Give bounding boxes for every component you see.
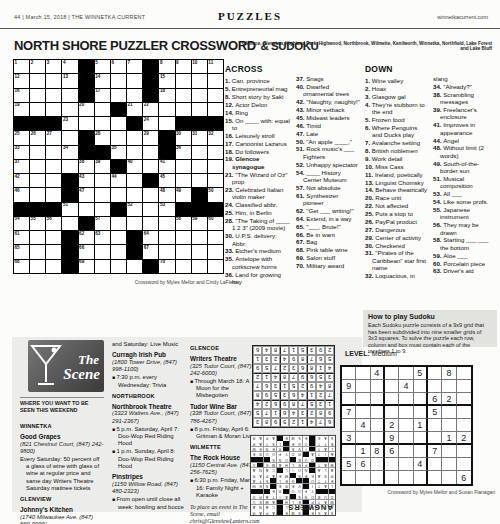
sudoku-empty-cell[interactable] [385,471,399,484]
crossword-cell[interactable] [46,174,61,187]
crossword-cell[interactable]: 29 [143,131,158,144]
sudoku-empty-cell[interactable] [342,419,356,432]
sudoku-empty-cell[interactable] [356,393,370,406]
crossword-cell[interactable] [30,245,45,258]
crossword-cell[interactable]: 21 [127,103,142,116]
crossword-cell[interactable] [143,188,158,201]
crossword-cell[interactable] [111,217,126,230]
crossword-answer-letter: Y [284,452,290,457]
crossword-cell[interactable]: 50 [208,188,223,201]
crossword-cell[interactable]: 70 [159,260,174,273]
sudoku-empty-cell[interactable] [442,419,456,432]
crossword-answer-letter: N [277,457,283,462]
crossword-cell[interactable] [46,260,61,273]
crossword-cell[interactable] [192,245,207,258]
sudoku-answer-digit: 8 [298,355,307,364]
crossword-cell[interactable] [143,217,158,230]
sudoku-given: 7 [428,445,442,458]
crossword-answer-letter: F [303,489,309,494]
crossword-cell[interactable]: 58 [176,217,191,230]
crossword-cell[interactable] [111,260,126,273]
city-header: GLENCOE [190,345,258,352]
crossword-cell[interactable]: 7 [127,60,142,73]
crossword-cell[interactable] [176,260,191,273]
crossword-cell[interactable]: 62 [79,231,94,244]
sudoku-answer-digit: 4 [316,382,325,391]
crossword-cell[interactable] [46,188,61,201]
crossword-cell[interactable] [127,89,142,102]
crossword-cell[interactable] [159,245,174,258]
crossword-answer-letter: P [303,462,309,467]
sudoku-empty-cell[interactable] [371,471,385,484]
crossword-cell[interactable] [127,74,142,87]
sudoku-empty-cell[interactable] [442,445,456,458]
sudoku-empty-cell[interactable] [385,458,399,471]
crossword-cell[interactable]: 19 [14,103,29,116]
sudoku-empty-cell[interactable] [457,393,471,406]
crossword-cell[interactable]: 8 [159,60,174,73]
sudoku-empty-cell[interactable] [428,367,442,380]
city-header: NORTHBROOK [112,393,184,400]
crossword-cell[interactable] [192,160,207,173]
crossword-cell[interactable] [111,245,126,258]
crossword-cell[interactable]: 25 [14,131,29,144]
crossword-cell[interactable] [95,203,110,216]
crossword-answer-letter: N [264,447,270,452]
crossword-cell[interactable] [192,74,207,87]
crossword-cell[interactable]: 16 [14,89,29,102]
crossword-answer-letter: E [303,473,309,478]
crossword-black-cell [111,203,126,216]
crossword-cell[interactable]: 56 [46,217,61,230]
crossword-cell[interactable] [111,89,126,102]
crossword-cell[interactable]: 61 [14,231,29,244]
crossword-cell[interactable] [176,231,191,244]
sudoku-empty-cell[interactable] [342,367,356,380]
crossword-cell[interactable]: 31 [192,131,207,144]
crossword-answer-letter: A [258,510,264,515]
crossword-answer-letter: V [297,484,303,489]
crossword-cell[interactable] [46,89,61,102]
crossword-cell[interactable]: 20 [79,103,94,116]
crossword-cell[interactable]: 51 [62,203,77,216]
crossword-cell[interactable]: 68 [14,260,29,273]
crossword-answer-letter: U [303,457,309,462]
crossword-cell[interactable] [46,74,61,87]
crossword-cell[interactable]: 64 [143,231,158,244]
sudoku-answer-digit: 3 [298,409,307,418]
crossword-cell[interactable] [95,245,110,258]
crossword-cell[interactable]: 44 [111,174,126,187]
across-clues-col1: ACROSS 1. Can. province5. Entrepreneuria… [225,64,291,286]
crossword-cell[interactable] [62,89,77,102]
sudoku-given: 2 [457,432,471,445]
crossword-cell[interactable] [127,131,142,144]
crossword-cell[interactable]: 63 [95,231,110,244]
crossword-cell[interactable] [208,231,223,244]
crossword-cell[interactable] [143,160,158,173]
crossword-cell[interactable] [30,160,45,173]
header-website: winnetkacurrent.com [437,14,488,20]
clue-item: 5. Entrepreneurial mag [225,85,291,92]
clue-item: 12. Actor Delon [225,101,291,108]
crossword-answer-black-cell [297,478,303,483]
crossword-cell[interactable]: 57 [95,217,110,230]
crossword-answer-letter: S [297,436,303,441]
sudoku-given: 2 [385,419,399,432]
sudoku-empty-cell[interactable] [399,432,413,445]
crossword-cell[interactable]: 38 [79,160,94,173]
venue-name: Curragh Irish Pub [112,351,184,359]
crossword-cell[interactable]: 15 [159,74,174,87]
crossword-cell[interactable]: 11 [208,60,223,73]
sudoku-answer-digit: 6 [271,400,280,409]
sudoku-answer-digit: 1 [289,346,298,355]
sudoku-empty-cell[interactable] [428,419,442,432]
crossword-cell[interactable]: 59 [192,217,207,230]
crossword-black-cell [143,89,158,102]
crossword-cell[interactable] [159,117,174,130]
crossword-cell[interactable] [30,103,45,116]
crossword-cell[interactable] [30,74,45,87]
sudoku-level: LEVEL: Medium [345,350,397,357]
crossword-cell[interactable] [95,117,110,130]
clue-item: 10. Miss Cass [365,163,429,170]
crossword-cell[interactable]: 41 [159,160,174,173]
crossword-cell[interactable] [192,231,207,244]
crossword-cell[interactable]: 46 [14,188,29,201]
crossword-cell[interactable] [111,131,126,144]
sudoku-empty-cell[interactable] [356,406,370,419]
sudoku-empty-cell[interactable] [371,393,385,406]
crossword-cell[interactable]: 65 [14,245,29,258]
sudoku-answer-digit: 1 [253,355,262,364]
crossword-cell[interactable] [176,174,191,187]
crossword-cell[interactable]: 24 [143,117,158,130]
crossword-cell[interactable]: 33 [14,146,29,159]
crossword-cell[interactable] [111,188,126,201]
sudoku-given: 5 [428,406,442,419]
sudoku-answer-digit: 6 [280,409,289,418]
crossword-grid[interactable]: 1234567891011121314151617181920212223242… [13,59,224,274]
crossword-black-cell [208,203,223,216]
sudoku-empty-cell[interactable] [442,406,456,419]
crossword-answer-letter: A [271,473,277,478]
sudoku-empty-cell[interactable] [428,432,442,445]
sudoku-empty-cell[interactable] [399,406,413,419]
sudoku-empty-cell[interactable] [356,471,370,484]
crossword-cell[interactable] [79,117,94,130]
crossword-cell[interactable] [46,103,61,116]
sudoku-empty-cell[interactable] [414,380,428,393]
sudoku-empty-cell[interactable] [399,367,413,380]
crossword-cell[interactable]: 32 [208,131,223,144]
crossword-cell[interactable] [208,74,223,87]
newspaper-puzzles-page: 44 | March 15, 2018 | THE WINNETKA CURRE… [0,0,500,524]
crossword-cell[interactable]: 37 [14,160,29,173]
crossword-cell[interactable]: 53 [159,203,174,216]
crossword-cell[interactable]: 42 [14,174,29,187]
sudoku-empty-cell[interactable] [399,419,413,432]
sudoku-answer-digit: 6 [298,364,307,373]
crossword-cell[interactable] [95,103,110,116]
sudoku-empty-cell[interactable] [342,471,356,484]
crossword-cell[interactable]: 6 [111,60,126,73]
sudoku-answer-digit: 9 [316,346,325,355]
crossword-cell[interactable]: 45 [159,174,174,187]
crossword-cell[interactable] [46,160,61,173]
sudoku-empty-cell[interactable] [428,471,442,484]
crossword-cell[interactable] [176,103,191,116]
crossword-cell[interactable] [62,217,77,230]
crossword-cell[interactable]: 18 [159,89,174,102]
crossword-cell[interactable]: 14 [95,74,110,87]
crossword-cell[interactable]: 34 [62,146,77,159]
sudoku-empty-cell[interactable] [457,367,471,380]
sudoku-empty-cell[interactable] [457,445,471,458]
sudoku-answer-digit: 3 [316,400,325,409]
sudoku-empty-cell[interactable] [356,432,370,445]
crossword-byline: Crossword by Myles Mellor and Cindy LaFl… [40,279,237,285]
crossword-answer-letter: E [284,436,290,441]
section-title: PUZZLES [0,10,500,22]
clue-item: 29. Center of activity [365,234,429,241]
sudoku-empty-cell[interactable] [385,367,399,380]
crossword-cell[interactable] [46,245,61,258]
crossword-cell[interactable] [127,260,142,273]
sudoku-given: 7 [342,406,356,419]
crossword-cell[interactable] [62,131,77,144]
sudoku-answer-digit: 5 [289,382,298,391]
crossword-cell[interactable] [143,146,158,159]
crossword-answer-letter: O [297,468,303,473]
crossword-cell[interactable]: 48 [159,188,174,201]
crossword-cell[interactable] [127,188,142,201]
crossword-cell[interactable] [208,245,223,258]
sudoku-empty-cell[interactable] [371,419,385,432]
crossword-cell[interactable]: 55 [30,217,45,230]
crossword-cell[interactable]: 36 [176,146,191,159]
crossword-answer-letter: A [277,462,283,467]
clue-item: 59. Aloe ___ [433,252,496,259]
sudoku-empty-cell[interactable] [457,419,471,432]
crossword-cell[interactable] [79,203,94,216]
sudoku-empty-cell[interactable] [442,458,456,471]
crossword-cell[interactable] [208,103,223,116]
sudoku-empty-cell[interactable] [442,471,456,484]
crossword-cell[interactable] [111,231,126,244]
crossword-cell[interactable] [62,103,77,116]
sudoku-answer-digit: 1 [325,400,334,409]
crossword-cell[interactable]: 39 [95,160,110,173]
crossword-cell[interactable] [111,74,126,87]
sudoku-empty-cell[interactable] [371,432,385,445]
crossword-answer-black-cell [329,457,335,462]
crossword-cell[interactable]: 22 [143,103,158,116]
crossword-cell[interactable]: 5 [95,60,110,73]
crossword-cell[interactable] [30,188,45,201]
crossword-cell[interactable]: 52 [127,203,142,216]
crossword-answer-letter: A [258,441,264,446]
sudoku-empty-cell[interactable] [385,380,399,393]
sudoku-empty-cell[interactable] [414,445,428,458]
the-scene-logo: The Scene [28,340,104,392]
crossword-cell[interactable]: 3 [46,60,61,73]
sudoku-empty-cell[interactable] [457,458,471,471]
crossword-answer-black-cell [323,489,329,494]
crossword-cell[interactable]: 54 [14,217,29,230]
sudoku-empty-cell[interactable] [399,471,413,484]
crossword-cell[interactable]: 66 [79,245,94,258]
clue-item: 16. Leisurely stroll [225,132,291,139]
sudoku-empty-cell[interactable] [371,380,385,393]
crossword-cell[interactable] [159,231,174,244]
sudoku-given: 6 [385,445,399,458]
clue-item: 3. Glasgow gal [365,93,429,100]
sudoku-empty-cell[interactable] [342,393,356,406]
sudoku-given: 5 [342,458,356,471]
event-item: ■ 7:30 p.m. every Wednesday: Trivia [112,374,184,388]
crossword-cell[interactable] [192,89,207,102]
sudoku-empty-cell[interactable] [442,380,456,393]
sudoku-empty-cell[interactable] [399,458,413,471]
crossword-cell[interactable] [192,174,207,187]
sudoku-empty-cell[interactable] [342,445,356,458]
crossword-cell[interactable]: 60 [208,217,223,230]
crossword-cell[interactable]: 4 [62,60,77,73]
crossword-cell[interactable] [159,217,174,230]
sudoku-empty-cell[interactable] [385,393,399,406]
crossword-cell[interactable] [176,160,191,173]
down-clues-col1: DOWN 1. Wine valley2. Hoax3. Glasgow gal… [365,64,429,280]
crossword-cell[interactable] [208,160,223,173]
crossword-answer-letter: M [271,462,277,467]
crossword-cell[interactable]: 2 [30,60,45,73]
crossword-answer-letter: M [290,436,296,441]
sudoku-empty-cell[interactable] [356,380,370,393]
crossword-cell[interactable]: 28 [95,131,110,144]
answers-label: ANSWERS [270,503,350,512]
crossword-cell[interactable] [46,146,61,159]
crossword-answer-letter: C [271,468,277,473]
sudoku-empty-cell[interactable] [385,406,399,419]
crossword-cell[interactable]: 47 [79,188,94,201]
clue-item: 14. Ring [225,109,291,116]
crossword-cell[interactable] [208,89,223,102]
crossword-cell[interactable] [95,188,110,201]
sudoku-answer-digit: 9 [307,382,316,391]
crossword-cell[interactable] [46,231,61,244]
crossword-cell[interactable]: 35 [111,146,126,159]
crossword-cell[interactable] [30,146,45,159]
crossword-cell[interactable] [208,260,223,273]
crossword-cell[interactable]: 67 [143,245,158,258]
crossword-cell[interactable] [159,103,174,116]
crossword-cell[interactable] [95,260,110,273]
sudoku-empty-cell[interactable] [457,406,471,419]
crossword-cell[interactable] [176,245,191,258]
crossword-cell[interactable]: 43 [79,174,94,187]
crossword-cell[interactable]: 17 [95,89,110,102]
crossword-cell[interactable]: 1 [14,60,29,73]
crossword-cell[interactable] [176,89,191,102]
crossword-cell[interactable]: 23 [62,117,77,130]
crossword-cell[interactable]: 49 [176,188,191,201]
crossword-answer-letter: E [297,462,303,467]
crossword-cell[interactable] [30,174,45,187]
crossword-cell[interactable] [111,117,126,130]
crossword-cell[interactable]: 10 [192,60,207,73]
crossword-answer-black-cell [271,484,277,489]
sudoku-grid[interactable]: 458946275421391218675646 [340,365,473,486]
scene-tagline: WHERE YOU WANT TO BE SEEN THIS WEEKEND [20,397,104,414]
puzzle-title-row: NORTH SHORE PUZZLER CROSSWORD & SUDOKU G… [14,36,494,54]
crossword-cell[interactable] [127,174,142,187]
crossword-cell[interactable]: 30 [176,131,191,144]
crossword-cell[interactable]: 40 [127,160,142,173]
sudoku-empty-cell[interactable] [414,471,428,484]
crossword-answer-letter: A [258,473,264,478]
crossword-black-cell [62,174,77,187]
crossword-cell[interactable] [192,103,207,116]
crossword-cell[interactable]: 27 [46,131,61,144]
crossword-cell[interactable]: 9 [176,60,191,73]
crossword-cell[interactable] [208,174,223,187]
crossword-cell[interactable] [127,217,142,230]
crossword-cell[interactable] [95,174,110,187]
crossword-cell[interactable] [192,146,207,159]
crossword-cell[interactable] [208,146,223,159]
crossword-cell[interactable] [30,260,45,273]
sudoku-empty-cell[interactable] [428,458,442,471]
crossword-answer-letter: L [323,468,329,473]
clue-item: 56. They may be drawn [433,221,496,236]
crossword-answer-letter: U [251,462,257,467]
crossword-answer-black-cell [310,468,316,473]
logo-word-scene: Scene [63,366,100,383]
sudoku-empty-cell[interactable] [414,406,428,419]
sudoku-empty-cell[interactable] [399,445,413,458]
crossword-answer-letter: E [329,441,335,446]
crossword-answer-letter: K [264,462,270,467]
sudoku-empty-cell[interactable] [414,393,428,406]
crossword-cell[interactable] [30,89,45,102]
crossword-cell[interactable]: 26 [30,131,45,144]
sudoku-empty-cell[interactable] [457,380,471,393]
sudoku-empty-cell[interactable] [371,406,385,419]
crossword-cell[interactable] [127,146,142,159]
sudoku-empty-cell[interactable] [414,432,428,445]
clue-item: 31. "Pirates of the Caribbean" star firs… [365,249,429,271]
scene-events-panel: The Scene WHERE YOU WANT TO BE SEEN THIS… [12,337,362,512]
crossword-cell[interactable]: 13 [62,74,77,87]
crossword-cell[interactable]: 12 [14,74,29,87]
crossword-cell[interactable] [192,260,207,273]
sudoku-given: 4 [371,367,385,380]
crossword-answer-letter: R [251,510,257,515]
crossword-cell[interactable] [176,74,191,87]
crossword-cell[interactable] [143,203,158,216]
crossword-cell[interactable] [30,231,45,244]
sudoku-empty-cell[interactable] [371,458,385,471]
sudoku-empty-cell[interactable] [399,393,413,406]
crossword-cell[interactable]: 69 [79,260,94,273]
sudoku-answer-digit: 5 [316,373,325,382]
clue-item: 22. Not affected [365,202,429,209]
sudoku-empty-cell[interactable] [428,380,442,393]
crossword-cell[interactable] [62,160,77,173]
sudoku-empty-cell[interactable] [356,367,370,380]
